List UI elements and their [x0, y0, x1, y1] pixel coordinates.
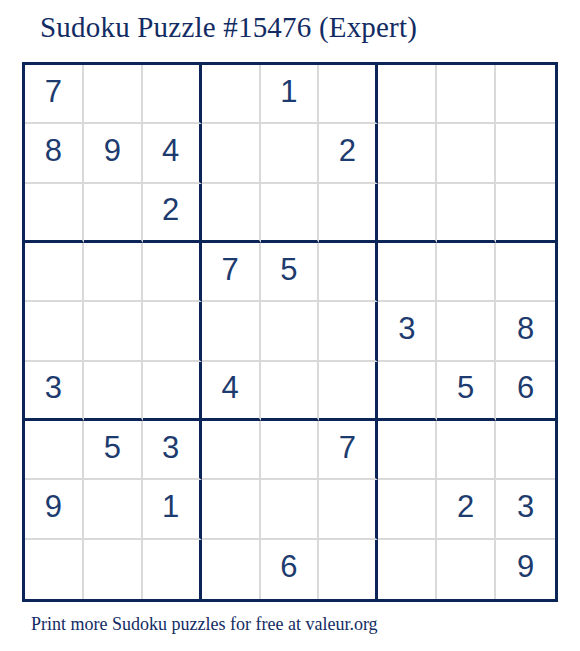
cell-r6c9-given: 6	[496, 362, 555, 421]
cell-r6c5-empty	[261, 362, 320, 421]
cell-r8c5-empty	[261, 480, 320, 539]
cell-r9c2-empty	[84, 540, 143, 599]
cell-r9c3-empty	[143, 540, 202, 599]
cell-r6c3-empty	[143, 362, 202, 421]
cell-r5c1-empty	[25, 302, 84, 361]
cell-r2c7-empty	[378, 124, 437, 183]
cell-r1c5-given: 1	[261, 65, 320, 124]
cell-r1c2-empty	[84, 65, 143, 124]
cell-r6c1-given: 3	[25, 362, 84, 421]
cell-r3c8-empty	[437, 184, 496, 243]
cell-r8c6-empty	[319, 480, 378, 539]
cell-r9c1-empty	[25, 540, 84, 599]
cell-r8c7-empty	[378, 480, 437, 539]
cell-r7c9-empty	[496, 421, 555, 480]
cell-r1c7-empty	[378, 65, 437, 124]
cell-r7c5-empty	[261, 421, 320, 480]
cell-r9c8-empty	[437, 540, 496, 599]
cell-r4c7-empty	[378, 243, 437, 302]
cell-r9c5-given: 6	[261, 540, 320, 599]
cell-r9c9-given: 9	[496, 540, 555, 599]
cell-r7c3-given: 3	[143, 421, 202, 480]
cell-r3c2-empty	[84, 184, 143, 243]
cell-r7c8-empty	[437, 421, 496, 480]
cell-r3c9-empty	[496, 184, 555, 243]
cell-r9c7-empty	[378, 540, 437, 599]
cell-r4c6-empty	[319, 243, 378, 302]
cell-r8c9-given: 3	[496, 480, 555, 539]
cell-r7c2-given: 5	[84, 421, 143, 480]
cell-r1c1-given: 7	[25, 65, 84, 124]
sudoku-page: Sudoku Puzzle #15476 (Expert) 7189422753…	[0, 0, 580, 651]
cell-r7c4-empty	[202, 421, 261, 480]
page-title: Sudoku Puzzle #15476 (Expert)	[40, 8, 417, 46]
cell-r2c3-given: 4	[143, 124, 202, 183]
cell-r8c3-given: 1	[143, 480, 202, 539]
cell-r2c5-empty	[261, 124, 320, 183]
cell-r7c1-empty	[25, 421, 84, 480]
cell-r3c4-empty	[202, 184, 261, 243]
cell-r2c2-given: 9	[84, 124, 143, 183]
cell-r6c8-given: 5	[437, 362, 496, 421]
cell-r4c8-empty	[437, 243, 496, 302]
cell-r5c9-given: 8	[496, 302, 555, 361]
cell-r3c1-empty	[25, 184, 84, 243]
cell-r6c7-empty	[378, 362, 437, 421]
cell-r6c2-empty	[84, 362, 143, 421]
cell-r4c5-given: 5	[261, 243, 320, 302]
cell-r2c9-empty	[496, 124, 555, 183]
cell-r9c4-empty	[202, 540, 261, 599]
cell-r5c7-given: 3	[378, 302, 437, 361]
cell-r3c7-empty	[378, 184, 437, 243]
cell-r7c7-empty	[378, 421, 437, 480]
cell-r4c1-empty	[25, 243, 84, 302]
cell-r2c4-empty	[202, 124, 261, 183]
cell-r5c2-empty	[84, 302, 143, 361]
cell-r2c6-given: 2	[319, 124, 378, 183]
cell-r3c3-given: 2	[143, 184, 202, 243]
cell-r1c4-empty	[202, 65, 261, 124]
cell-r8c2-empty	[84, 480, 143, 539]
cell-r5c8-empty	[437, 302, 496, 361]
cell-r8c1-given: 9	[25, 480, 84, 539]
cell-r8c8-given: 2	[437, 480, 496, 539]
cell-r3c5-empty	[261, 184, 320, 243]
cell-r6c4-given: 4	[202, 362, 261, 421]
cell-r4c3-empty	[143, 243, 202, 302]
cell-r5c4-empty	[202, 302, 261, 361]
cell-r1c6-empty	[319, 65, 378, 124]
cell-r6c6-empty	[319, 362, 378, 421]
cell-r4c9-empty	[496, 243, 555, 302]
cell-r7c6-given: 7	[319, 421, 378, 480]
cell-r1c8-empty	[437, 65, 496, 124]
cell-r2c1-given: 8	[25, 124, 84, 183]
cell-r1c3-empty	[143, 65, 202, 124]
cell-r8c4-empty	[202, 480, 261, 539]
cell-r5c5-empty	[261, 302, 320, 361]
cell-r4c2-empty	[84, 243, 143, 302]
cell-r5c6-empty	[319, 302, 378, 361]
cell-r5c3-empty	[143, 302, 202, 361]
footer-text: Print more Sudoku puzzles for free at va…	[31, 612, 378, 636]
cell-r9c6-empty	[319, 540, 378, 599]
cell-r4c4-given: 7	[202, 243, 261, 302]
sudoku-board: 718942275383456537912369	[22, 62, 558, 602]
cell-r2c8-empty	[437, 124, 496, 183]
cell-r1c9-empty	[496, 65, 555, 124]
cell-r3c6-empty	[319, 184, 378, 243]
